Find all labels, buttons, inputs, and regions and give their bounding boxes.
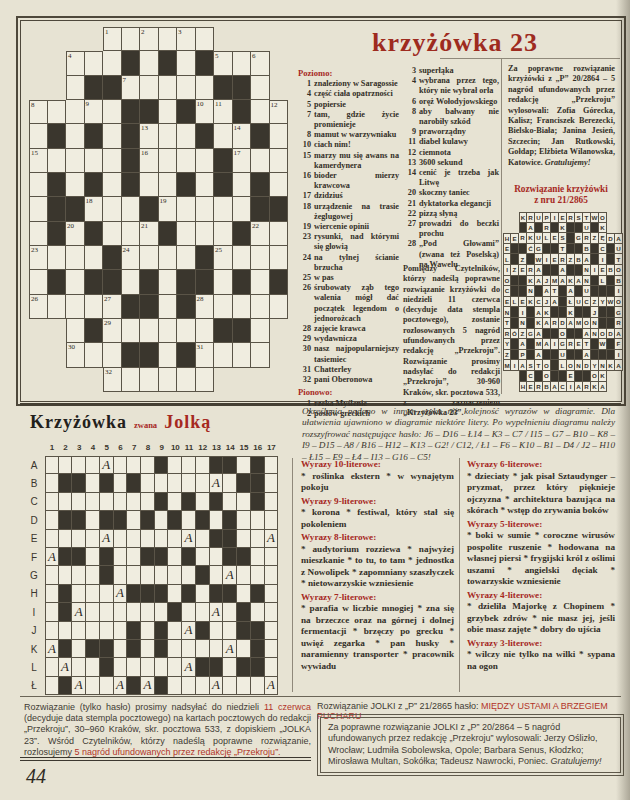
k23-cell-8-8[interactable]: 19 bbox=[159, 197, 178, 221]
sol-cell-3-14[interactable]: D bbox=[607, 233, 615, 244]
k23-cell-3-5[interactable] bbox=[103, 76, 122, 100]
jolka-cell-3-7[interactable] bbox=[127, 493, 141, 511]
k23-cell-4-13[interactable] bbox=[251, 100, 270, 124]
jolka-cell-7-14[interactable]: A bbox=[223, 566, 237, 584]
jolka-cell-11-7[interactable] bbox=[127, 640, 141, 658]
sol-cell-13-6[interactable]: A bbox=[543, 339, 551, 350]
jolka-cell-7-15[interactable] bbox=[237, 566, 251, 584]
k23-cell-6-8[interactable] bbox=[159, 149, 178, 173]
sol-cell-11-9[interactable]: A bbox=[567, 318, 575, 329]
sol-cell-17-6[interactable]: B bbox=[543, 382, 551, 393]
jolka-cell-13-17[interactable]: A bbox=[265, 677, 279, 695]
sol-cell-9-11[interactable]: C bbox=[583, 297, 591, 308]
jolka-cell-2-5[interactable] bbox=[100, 474, 114, 492]
sol-cell-16-3[interactable] bbox=[519, 371, 527, 382]
jolka-cell-4-6[interactable] bbox=[114, 511, 128, 529]
sol-cell-5-14[interactable] bbox=[607, 254, 615, 265]
sol-cell-3-15[interactable]: A bbox=[615, 233, 623, 244]
jolka-cell-3-8[interactable] bbox=[141, 493, 155, 511]
jolka-cell-3-3[interactable] bbox=[72, 493, 86, 511]
sol-cell-2-6[interactable]: R bbox=[543, 223, 551, 234]
sol-cell-4-5[interactable]: G bbox=[535, 244, 543, 255]
sol-cell-11-10[interactable]: M bbox=[575, 318, 583, 329]
jolka-cell-2-15[interactable] bbox=[237, 474, 251, 492]
k23-cell-12-8[interactable] bbox=[159, 295, 178, 319]
k23-cell-8-11[interactable] bbox=[214, 197, 233, 221]
jolka-cell-9-3[interactable]: A bbox=[72, 603, 86, 621]
jolka-cell-5-16[interactable] bbox=[251, 530, 265, 548]
jolka-cell-6-2[interactable] bbox=[59, 548, 73, 566]
sol-cell-3-7[interactable]: E bbox=[551, 233, 559, 244]
sol-cell-13-1[interactable]: Y bbox=[503, 339, 511, 350]
sol-cell-4-15[interactable]: U bbox=[615, 244, 623, 255]
k23-cell-5-12[interactable]: 14 bbox=[233, 124, 252, 148]
k23-cell-11-1[interactable] bbox=[29, 270, 48, 294]
sol-cell-7-5[interactable]: A bbox=[535, 276, 543, 287]
jolka-cell-6-8[interactable] bbox=[141, 548, 155, 566]
jolka-cell-13-9[interactable] bbox=[155, 677, 169, 695]
sol-cell-1-11[interactable]: T bbox=[583, 212, 591, 223]
jolka-cell-10-5[interactable] bbox=[100, 622, 114, 640]
sol-cell-10-12[interactable]: J bbox=[591, 307, 599, 318]
jolka-cell-12-17[interactable] bbox=[265, 658, 279, 676]
jolka-cell-13-3[interactable]: A bbox=[72, 677, 86, 695]
sol-cell-12-9[interactable] bbox=[567, 329, 575, 340]
sol-cell-8-13[interactable] bbox=[599, 286, 607, 297]
k23-cell-14-13[interactable] bbox=[251, 343, 270, 367]
sol-cell-17-12[interactable]: K bbox=[591, 382, 599, 393]
sol-cell-4-1[interactable]: E bbox=[503, 244, 511, 255]
k23-cell-14-10[interactable]: 31 bbox=[196, 343, 215, 367]
jolka-cell-9-16[interactable] bbox=[251, 603, 265, 621]
jolka-cell-2-10[interactable] bbox=[168, 474, 182, 492]
k23-cell-6-14[interactable] bbox=[270, 149, 289, 173]
k23-cell-8-4[interactable]: 18 bbox=[85, 197, 104, 221]
sol-cell-6-2[interactable]: Z bbox=[511, 265, 519, 276]
sol-cell-5-7[interactable]: E bbox=[551, 254, 559, 265]
jolka-cell-8-7[interactable] bbox=[127, 585, 141, 603]
k23-cell-13-10[interactable] bbox=[196, 319, 215, 343]
sol-cell-5-6[interactable]: I bbox=[543, 254, 551, 265]
k23-cell-12-14[interactable] bbox=[270, 295, 289, 319]
jolka-cell-4-9[interactable] bbox=[155, 511, 169, 529]
k23-cell-7-2[interactable] bbox=[48, 173, 67, 197]
sol-cell-14-9[interactable] bbox=[567, 350, 575, 361]
jolka-cell-11-6[interactable] bbox=[114, 640, 128, 658]
sol-cell-15-12[interactable]: Y bbox=[591, 360, 599, 371]
jolka-cell-9-6[interactable] bbox=[114, 603, 128, 621]
k23-cell-14-3[interactable]: 30 bbox=[66, 343, 85, 367]
k23-cell-12-10[interactable]: 28 bbox=[196, 295, 215, 319]
sol-cell-15-6[interactable]: O bbox=[543, 360, 551, 371]
jolka-cell-8-11[interactable] bbox=[182, 585, 196, 603]
sol-cell-6-7[interactable] bbox=[551, 265, 559, 276]
k23-cell-6-10[interactable] bbox=[196, 149, 215, 173]
jolka-cell-11-12[interactable] bbox=[196, 640, 210, 658]
k23-cell-10-3[interactable] bbox=[66, 246, 85, 270]
k23-cell-12-3[interactable] bbox=[66, 295, 85, 319]
jolka-cell-9-4[interactable] bbox=[86, 603, 100, 621]
jolka-cell-6-15[interactable] bbox=[237, 548, 251, 566]
sol-cell-7-1[interactable]: O bbox=[503, 276, 511, 287]
k23-cell-4-1[interactable]: 8 bbox=[29, 100, 48, 124]
jolka-cell-2-9[interactable] bbox=[155, 474, 169, 492]
sol-cell-15-2[interactable]: I bbox=[511, 360, 519, 371]
k23-cell-7-12[interactable] bbox=[233, 173, 252, 197]
k23-cell-4-4[interactable]: 9 bbox=[85, 100, 104, 124]
k23-cell-8-5[interactable] bbox=[103, 197, 122, 221]
k23-cell-7-8[interactable] bbox=[159, 173, 178, 197]
sol-cell-11-13[interactable] bbox=[599, 318, 607, 329]
jolka-cell-3-2[interactable] bbox=[59, 493, 73, 511]
k23-cell-9-12[interactable] bbox=[233, 222, 252, 246]
k23-cell-5-11[interactable] bbox=[214, 124, 233, 148]
sol-cell-1-6[interactable]: P bbox=[543, 212, 551, 223]
sol-cell-15-15[interactable]: A bbox=[615, 360, 623, 371]
jolka-cell-5-9[interactable] bbox=[155, 530, 169, 548]
sol-cell-6-12[interactable]: I bbox=[591, 265, 599, 276]
sol-cell-2-9[interactable] bbox=[567, 223, 575, 234]
k23-cell-13-4[interactable] bbox=[85, 319, 104, 343]
sol-cell-9-7[interactable]: A bbox=[551, 297, 559, 308]
jolka-cell-8-4[interactable] bbox=[86, 585, 100, 603]
k23-cell-6-13[interactable] bbox=[251, 149, 270, 173]
jolka-cell-1-3[interactable] bbox=[72, 456, 86, 474]
sol-cell-5-15[interactable]: T bbox=[615, 254, 623, 265]
jolka-cell-5-3[interactable] bbox=[72, 530, 86, 548]
k23-cell-13-8[interactable] bbox=[159, 319, 178, 343]
k23-cell-2-10[interactable] bbox=[196, 51, 215, 75]
sol-cell-4-11[interactable]: B bbox=[583, 244, 591, 255]
sol-cell-1-10[interactable]: S bbox=[575, 212, 583, 223]
jolka-cell-3-10[interactable] bbox=[168, 493, 182, 511]
k23-cell-12-4[interactable] bbox=[85, 295, 104, 319]
sol-cell-6-10[interactable] bbox=[575, 265, 583, 276]
sol-cell-2-10[interactable] bbox=[575, 223, 583, 234]
sol-cell-14-6[interactable] bbox=[543, 350, 551, 361]
jolka-cell-1-1[interactable] bbox=[45, 456, 59, 474]
jolka-cell-6-1[interactable]: A bbox=[45, 548, 59, 566]
jolka-cell-1-13[interactable] bbox=[210, 456, 224, 474]
sol-cell-8-10[interactable] bbox=[575, 286, 583, 297]
jolka-cell-4-5[interactable] bbox=[100, 511, 114, 529]
jolka-cell-2-8[interactable] bbox=[141, 474, 155, 492]
jolka-cell-1-12[interactable] bbox=[196, 456, 210, 474]
k23-cell-5-10[interactable] bbox=[196, 124, 215, 148]
sol-cell-12-2[interactable]: Ó bbox=[511, 329, 519, 340]
k23-cell-4-10[interactable]: 10 bbox=[196, 100, 215, 124]
sol-cell-8-5[interactable] bbox=[535, 286, 543, 297]
k23-cell-10-8[interactable] bbox=[159, 246, 178, 270]
sol-cell-5-9[interactable]: Z bbox=[567, 254, 575, 265]
sol-cell-13-7[interactable]: I bbox=[551, 339, 559, 350]
sol-cell-9-12[interactable]: Z bbox=[591, 297, 599, 308]
sol-cell-2-3[interactable] bbox=[519, 223, 527, 234]
jolka-cell-5-1[interactable] bbox=[45, 530, 59, 548]
k23-cell-13-9[interactable] bbox=[177, 319, 196, 343]
k23-cell-14-6[interactable] bbox=[122, 343, 141, 367]
k23-cell-2-9[interactable] bbox=[177, 51, 196, 75]
jolka-cell-1-15[interactable] bbox=[237, 456, 251, 474]
k23-cell-12-11[interactable] bbox=[214, 295, 233, 319]
jolka-cell-1-2[interactable] bbox=[59, 456, 73, 474]
sol-cell-4-13[interactable]: C bbox=[599, 244, 607, 255]
k23-cell-4-2[interactable] bbox=[48, 100, 67, 124]
sol-cell-4-7[interactable] bbox=[551, 244, 559, 255]
jolka-cell-8-10[interactable] bbox=[168, 585, 182, 603]
jolka-cell-6-7[interactable] bbox=[127, 548, 141, 566]
k23-cell-6-9[interactable] bbox=[177, 149, 196, 173]
sol-cell-8-1[interactable]: C bbox=[503, 286, 511, 297]
k23-cell-10-12[interactable] bbox=[233, 246, 252, 270]
sol-cell-7-13[interactable]: L bbox=[599, 276, 607, 287]
sol-cell-3-3[interactable]: R bbox=[519, 233, 527, 244]
sol-cell-11-12[interactable]: N bbox=[591, 318, 599, 329]
sol-cell-8-11[interactable]: U bbox=[583, 286, 591, 297]
k23-cell-6-2[interactable] bbox=[48, 149, 67, 173]
jolka-cell-10-12[interactable] bbox=[196, 622, 210, 640]
k23-cell-9-2[interactable] bbox=[48, 222, 67, 246]
jolka-cell-6-14[interactable] bbox=[223, 548, 237, 566]
k23-cell-5-13[interactable] bbox=[251, 124, 270, 148]
jolka-cell-11-5[interactable] bbox=[100, 640, 114, 658]
jolka-cell-11-9[interactable] bbox=[155, 640, 169, 658]
sol-cell-12-13[interactable]: O bbox=[599, 329, 607, 340]
k23-cell-10-10[interactable] bbox=[196, 246, 215, 270]
sol-cell-9-8[interactable] bbox=[559, 297, 567, 308]
k23-cell-8-3[interactable] bbox=[66, 197, 85, 221]
sol-cell-4-14[interactable] bbox=[607, 244, 615, 255]
k23-cell-4-3[interactable] bbox=[66, 100, 85, 124]
k23-cell-14-9[interactable] bbox=[177, 343, 196, 367]
jolka-cell-4-17[interactable] bbox=[265, 511, 279, 529]
sol-cell-5-4[interactable] bbox=[527, 254, 535, 265]
jolka-cell-12-9[interactable] bbox=[155, 658, 169, 676]
k23-cell-13-12[interactable] bbox=[233, 319, 252, 343]
k23-cell-9-14[interactable] bbox=[270, 222, 289, 246]
jolka-cell-13-15[interactable] bbox=[237, 677, 251, 695]
k23-cell-4-12[interactable] bbox=[233, 100, 252, 124]
k23-cell-8-12[interactable] bbox=[233, 197, 252, 221]
k23-cell-14-7[interactable] bbox=[140, 343, 159, 367]
sol-cell-5-11[interactable]: A bbox=[583, 254, 591, 265]
sol-cell-11-5[interactable]: K bbox=[535, 318, 543, 329]
k23-cell-12-1[interactable]: 26 bbox=[29, 295, 48, 319]
jolka-cell-12-14[interactable] bbox=[223, 658, 237, 676]
k23-cell-5-3[interactable] bbox=[66, 124, 85, 148]
sol-cell-5-10[interactable]: B bbox=[575, 254, 583, 265]
k23-cell-4-9[interactable] bbox=[177, 100, 196, 124]
k23-cell-3-8[interactable] bbox=[159, 76, 178, 100]
sol-cell-10-15[interactable]: G bbox=[615, 307, 623, 318]
jolka-cell-12-6[interactable] bbox=[114, 658, 128, 676]
sol-cell-13-3[interactable]: A bbox=[519, 339, 527, 350]
k23-cell-12-9[interactable] bbox=[177, 295, 196, 319]
jolka-cell-6-11[interactable] bbox=[182, 548, 196, 566]
k23-cell-12-12[interactable] bbox=[233, 295, 252, 319]
sol-cell-2-8[interactable]: K bbox=[559, 223, 567, 234]
k23-cell-7-11[interactable] bbox=[214, 173, 233, 197]
jolka-cell-4-2[interactable] bbox=[59, 511, 73, 529]
jolka-cell-3-9[interactable] bbox=[155, 493, 169, 511]
sol-cell-6-13[interactable]: E bbox=[599, 265, 607, 276]
k23-cell-11-5[interactable] bbox=[103, 270, 122, 294]
jolka-cell-5-13[interactable] bbox=[210, 530, 224, 548]
jolka-cell-12-1[interactable] bbox=[45, 658, 59, 676]
sol-cell-8-8[interactable] bbox=[559, 286, 567, 297]
k23-cell-15-6[interactable] bbox=[122, 368, 141, 392]
sol-cell-7-10[interactable]: A bbox=[575, 276, 583, 287]
jolka-cell-1-16[interactable] bbox=[251, 456, 265, 474]
jolka-cell-2-12[interactable] bbox=[196, 474, 210, 492]
k23-cell-8-6[interactable] bbox=[122, 197, 141, 221]
jolka-cell-9-5[interactable] bbox=[100, 603, 114, 621]
sol-cell-7-4[interactable]: K bbox=[527, 276, 535, 287]
jolka-cell-13-14[interactable] bbox=[223, 677, 237, 695]
sol-cell-15-8[interactable]: L bbox=[559, 360, 567, 371]
sol-cell-5-3[interactable]: Z bbox=[519, 254, 527, 265]
sol-cell-15-13[interactable]: N bbox=[599, 360, 607, 371]
jolka-cell-10-16[interactable] bbox=[251, 622, 265, 640]
sol-cell-4-3[interactable] bbox=[519, 244, 527, 255]
k23-cell-9-3[interactable]: 20 bbox=[66, 222, 85, 246]
jolka-cell-8-15[interactable] bbox=[237, 585, 251, 603]
sol-cell-4-2[interactable] bbox=[511, 244, 519, 255]
sol-cell-6-8[interactable]: A bbox=[559, 265, 567, 276]
k23-cell-3-4[interactable] bbox=[85, 76, 104, 100]
jolka-cell-12-3[interactable] bbox=[72, 658, 86, 676]
jolka-cell-12-12[interactable] bbox=[196, 658, 210, 676]
jolka-cell-7-1[interactable] bbox=[45, 566, 59, 584]
k23-cell-2-12[interactable] bbox=[233, 51, 252, 75]
k23-cell-2-6[interactable] bbox=[122, 51, 141, 75]
k23-cell-9-8[interactable] bbox=[159, 222, 178, 246]
sol-cell-11-7[interactable]: R bbox=[551, 318, 559, 329]
sol-cell-15-4[interactable]: S bbox=[527, 360, 535, 371]
jolka-cell-11-3[interactable] bbox=[72, 640, 86, 658]
jolka-cell-2-6[interactable] bbox=[114, 474, 128, 492]
jolka-cell-4-11[interactable] bbox=[182, 511, 196, 529]
sol-cell-6-1[interactable]: I bbox=[503, 265, 511, 276]
sol-cell-15-10[interactable]: N bbox=[575, 360, 583, 371]
sol-cell-14-10[interactable] bbox=[575, 350, 583, 361]
jolka-cell-10-17[interactable] bbox=[265, 622, 279, 640]
jolka-cell-10-8[interactable] bbox=[141, 622, 155, 640]
jolka-cell-7-10[interactable] bbox=[168, 566, 182, 584]
sol-cell-11-8[interactable]: D bbox=[559, 318, 567, 329]
jolka-cell-3-5[interactable] bbox=[100, 493, 114, 511]
sol-cell-8-3[interactable] bbox=[519, 286, 527, 297]
jolka-cell-13-16[interactable] bbox=[251, 677, 265, 695]
jolka-cell-12-2[interactable]: A bbox=[59, 658, 73, 676]
k23-cell-11-7[interactable] bbox=[140, 270, 159, 294]
k23-cell-12-13[interactable] bbox=[251, 295, 270, 319]
jolka-cell-2-3[interactable] bbox=[72, 474, 86, 492]
k23-cell-6-3[interactable] bbox=[66, 149, 85, 173]
sol-cell-1-12[interactable]: W bbox=[591, 212, 599, 223]
sol-cell-16-6[interactable]: O bbox=[543, 371, 551, 382]
jolka-cell-7-6[interactable] bbox=[114, 566, 128, 584]
sol-cell-3-13[interactable]: Ę bbox=[599, 233, 607, 244]
sol-cell-11-4[interactable] bbox=[527, 318, 535, 329]
k23-cell-11-14[interactable] bbox=[270, 270, 289, 294]
sol-cell-9-10[interactable]: U bbox=[575, 297, 583, 308]
sol-cell-7-15[interactable]: B bbox=[615, 276, 623, 287]
jolka-cell-1-9[interactable] bbox=[155, 456, 169, 474]
sol-cell-5-12[interactable] bbox=[591, 254, 599, 265]
k23-cell-9-6[interactable] bbox=[122, 222, 141, 246]
sol-cell-12-4[interactable]: G bbox=[527, 329, 535, 340]
jolka-cell-1-4[interactable] bbox=[86, 456, 100, 474]
jolka-cell-8-3[interactable] bbox=[72, 585, 86, 603]
sol-cell-6-9[interactable] bbox=[567, 265, 575, 276]
jolka-cell-10-4[interactable] bbox=[86, 622, 100, 640]
k23-cell-12-2[interactable] bbox=[48, 295, 67, 319]
sol-cell-11-1[interactable]: T bbox=[503, 318, 511, 329]
jolka-cell-7-16[interactable] bbox=[251, 566, 265, 584]
sol-cell-5-2[interactable] bbox=[511, 254, 519, 265]
sol-cell-11-14[interactable] bbox=[607, 318, 615, 329]
sol-cell-16-13[interactable]: K bbox=[599, 371, 607, 382]
sol-cell-17-10[interactable]: A bbox=[575, 382, 583, 393]
jolka-cell-9-12[interactable] bbox=[196, 603, 210, 621]
jolka-cell-5-14[interactable] bbox=[223, 530, 237, 548]
jolka-cell-3-12[interactable] bbox=[196, 493, 210, 511]
sol-cell-12-14[interactable]: D bbox=[607, 329, 615, 340]
jolka-cell-3-1[interactable] bbox=[45, 493, 59, 511]
sol-cell-6-3[interactable]: E bbox=[519, 265, 527, 276]
jolka-cell-7-4[interactable] bbox=[86, 566, 100, 584]
k23-cell-9-10[interactable] bbox=[196, 222, 215, 246]
sol-cell-13-4[interactable] bbox=[527, 339, 535, 350]
jolka-cell-3-16[interactable] bbox=[251, 493, 265, 511]
jolka-cell-7-5[interactable] bbox=[100, 566, 114, 584]
sol-cell-13-9[interactable]: R bbox=[567, 339, 575, 350]
sol-cell-7-2[interactable] bbox=[511, 276, 519, 287]
sol-cell-3-12[interactable]: Z bbox=[591, 233, 599, 244]
sol-cell-1-4[interactable]: R bbox=[527, 212, 535, 223]
jolka-cell-1-6[interactable] bbox=[114, 456, 128, 474]
jolka-cell-5-7[interactable] bbox=[127, 530, 141, 548]
sol-cell-12-6[interactable] bbox=[543, 329, 551, 340]
k23-cell-8-1[interactable] bbox=[29, 197, 48, 221]
k23-cell-5-9[interactable] bbox=[177, 124, 196, 148]
k23-cell-2-11[interactable]: 5 bbox=[214, 51, 233, 75]
sol-cell-4-12[interactable] bbox=[591, 244, 599, 255]
k23-cell-15-9[interactable] bbox=[177, 368, 196, 392]
jolka-cell-8-13[interactable] bbox=[210, 585, 224, 603]
sol-cell-16-8[interactable] bbox=[559, 371, 567, 382]
k23-cell-5-6[interactable] bbox=[122, 124, 141, 148]
k23-cell-3-12[interactable] bbox=[233, 76, 252, 100]
sol-cell-6-6[interactable] bbox=[543, 265, 551, 276]
sol-cell-13-8[interactable]: G bbox=[559, 339, 567, 350]
k23-cell-3-11[interactable] bbox=[214, 76, 233, 100]
sol-cell-17-5[interactable]: R bbox=[535, 382, 543, 393]
sol-cell-9-4[interactable]: K bbox=[527, 297, 535, 308]
jolka-cell-11-8[interactable] bbox=[141, 640, 155, 658]
k23-cell-2-4[interactable] bbox=[85, 51, 104, 75]
sol-cell-10-5[interactable]: A bbox=[535, 307, 543, 318]
jolka-cell-8-2[interactable] bbox=[59, 585, 73, 603]
jolka-cell-5-15[interactable] bbox=[237, 530, 251, 548]
k23-cell-9-5[interactable] bbox=[103, 222, 122, 246]
k23-cell-10-4[interactable] bbox=[85, 246, 104, 270]
sol-cell-13-15[interactable]: F bbox=[615, 339, 623, 350]
jolka-cell-8-9[interactable] bbox=[155, 585, 169, 603]
k23-cell-9-7[interactable]: 21 bbox=[140, 222, 159, 246]
jolka-cell-4-7[interactable] bbox=[127, 511, 141, 529]
